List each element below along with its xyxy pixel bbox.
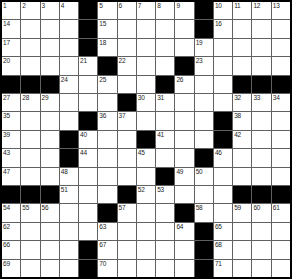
clue-number-31: 31 [157,94,164,102]
clue-number-55: 55 [22,204,29,212]
cell-r9c5[interactable]: 44 [79,149,97,166]
cell-r10c12[interactable] [214,168,232,185]
cell-r6c5[interactable] [79,94,97,111]
cell-r13c7[interactable] [118,223,136,240]
cell-r12c2[interactable]: 55 [21,204,39,221]
cell-r6c8[interactable]: 30 [137,94,155,111]
cell-r15c8[interactable] [137,260,155,277]
cell-r14c8[interactable] [137,241,155,258]
cell-r4c4[interactable] [60,57,78,74]
cell-r3c14[interactable] [252,39,270,56]
cell-r1c1[interactable]: 1 [2,2,20,19]
cell-r13c5[interactable] [79,223,97,240]
cell-r4c8[interactable] [137,57,155,74]
cell-r15c15[interactable] [272,260,290,277]
clue-number-37: 37 [119,112,126,120]
cell-r14c6[interactable]: 67 [98,241,116,258]
clue-number-49: 49 [176,168,183,176]
cell-r5c6[interactable]: 25 [98,76,116,93]
cell-r2c6[interactable]: 15 [98,20,116,37]
cell-r2c1[interactable]: 14 [2,20,20,37]
black-square-r4c10 [175,57,193,74]
cell-r10c8[interactable] [137,168,155,185]
cell-r3c15[interactable] [272,39,290,56]
cell-r1c9[interactable]: 8 [156,2,174,19]
clue-number-25: 25 [99,76,106,84]
cell-r15c3[interactable] [41,260,59,277]
cell-r10c4[interactable]: 48 [60,168,78,185]
black-square-r5c2 [21,76,39,93]
black-square-r4c6 [98,57,116,74]
black-square-r12c6 [98,204,116,221]
cell-r14c2[interactable] [21,241,39,258]
cell-r8c7[interactable] [118,131,136,148]
cell-r12c14[interactable]: 60 [252,204,270,221]
cell-r13c12[interactable]: 65 [214,223,232,240]
cell-r8c9[interactable]: 41 [156,131,174,148]
cell-r7c9[interactable] [156,112,174,129]
black-square-r1c11 [195,2,213,19]
cell-r7c8[interactable] [137,112,155,129]
cell-r1c8[interactable]: 7 [137,2,155,19]
cell-r1c3[interactable]: 3 [41,2,59,19]
cell-r7c6[interactable]: 36 [98,112,116,129]
black-square-r11c7 [118,186,136,203]
cell-r5c7[interactable] [118,76,136,93]
cell-r3c10[interactable] [175,39,193,56]
clue-number-52: 52 [138,186,145,194]
cell-r7c1[interactable]: 35 [2,112,20,129]
cell-r1c4[interactable]: 4 [60,2,78,19]
cell-r2c4[interactable] [60,20,78,37]
clue-number-16: 16 [215,20,222,28]
clue-number-26: 26 [176,76,183,84]
cell-r11c4[interactable]: 51 [60,186,78,203]
clue-number-66: 66 [3,241,10,249]
cell-r6c9[interactable]: 31 [156,94,174,111]
clue-number-4: 4 [61,2,64,10]
cell-r3c11[interactable]: 19 [195,39,213,56]
cell-r15c2[interactable] [21,260,39,277]
cell-r7c3[interactable] [41,112,59,129]
black-square-r10c9 [156,168,174,185]
clue-number-5: 5 [99,2,102,10]
cell-r7c15[interactable] [272,112,290,129]
cell-r2c14[interactable] [252,20,270,37]
clue-number-45: 45 [138,149,145,157]
clue-number-14: 14 [3,20,10,28]
clue-number-62: 62 [3,223,10,231]
clue-number-64: 64 [176,223,183,231]
cell-r9c15[interactable] [272,149,290,166]
clue-number-32: 32 [234,94,241,102]
clue-number-57: 57 [119,204,126,212]
black-square-r5c9 [156,76,174,93]
cell-r9c6[interactable] [98,149,116,166]
black-square-r8c12 [214,131,232,148]
cell-r7c2[interactable] [21,112,39,129]
cell-r4c11[interactable]: 23 [195,57,213,74]
cell-r6c2[interactable]: 28 [21,94,39,111]
cell-r12c1[interactable]: 54 [2,204,20,221]
clue-number-46: 46 [215,149,222,157]
cell-r1c7[interactable]: 6 [118,2,136,19]
clue-number-1: 1 [3,2,6,10]
cell-r7c10[interactable] [175,112,193,129]
clue-number-3: 3 [42,2,45,10]
clue-number-51: 51 [61,186,68,194]
cell-r6c3[interactable]: 29 [41,94,59,111]
cell-r2c7[interactable] [118,20,136,37]
black-square-r7c5 [79,112,97,129]
cell-r9c13[interactable] [233,149,251,166]
black-square-r5c15 [272,76,290,93]
clue-number-28: 28 [22,94,29,102]
black-square-r5c13 [233,76,251,93]
cell-r10c3[interactable] [41,168,59,185]
clue-number-47: 47 [3,168,10,176]
cell-r5c12[interactable] [214,76,232,93]
clue-number-20: 20 [3,57,10,65]
cell-r4c9[interactable] [156,57,174,74]
cell-r3c9[interactable] [156,39,174,56]
cell-r10c15[interactable] [272,168,290,185]
cell-r2c3[interactable] [41,20,59,37]
cell-r12c15[interactable]: 61 [272,204,290,221]
cell-r7c14[interactable] [252,112,270,129]
clue-number-33: 33 [253,94,260,102]
clue-number-70: 70 [99,260,106,268]
cell-r9c9[interactable] [156,149,174,166]
black-square-r5c1 [2,76,20,93]
cell-r10c11[interactable]: 50 [195,168,213,185]
cell-r5c8[interactable] [137,76,155,93]
cell-r11c11[interactable] [195,186,213,203]
cell-r13c3[interactable] [41,223,59,240]
clue-number-9: 9 [176,2,179,10]
clue-number-19: 19 [196,39,203,47]
black-square-r8c4 [60,131,78,148]
black-square-r8c8 [137,131,155,148]
cell-r5c5[interactable] [79,76,97,93]
cell-r7c13[interactable]: 38 [233,112,251,129]
cell-r2c8[interactable] [137,20,155,37]
clue-number-41: 41 [157,131,164,139]
cell-r12c7[interactable]: 57 [118,204,136,221]
cell-r3c13[interactable] [233,39,251,56]
cell-r12c11[interactable]: 58 [195,204,213,221]
cell-r2c9[interactable] [156,20,174,37]
cell-r8c13[interactable]: 42 [233,131,251,148]
clue-number-6: 6 [119,2,122,10]
cell-r14c9[interactable] [156,241,174,258]
clue-number-60: 60 [253,204,260,212]
cell-r3c3[interactable] [41,39,59,56]
cell-r6c15[interactable]: 34 [272,94,290,111]
cell-r7c4[interactable] [60,112,78,129]
black-square-r12c10 [175,204,193,221]
cell-r4c2[interactable] [21,57,39,74]
cell-r2c12[interactable]: 16 [214,20,232,37]
cell-r14c13[interactable] [233,241,251,258]
cell-r15c14[interactable] [252,260,270,277]
cell-r8c1[interactable]: 39 [2,131,20,148]
cell-r6c10[interactable] [175,94,193,111]
cell-r14c15[interactable] [272,241,290,258]
cell-r9c3[interactable] [41,149,59,166]
cell-r10c7[interactable] [118,168,136,185]
cell-r12c5[interactable] [79,204,97,221]
black-square-r11c13 [233,186,251,203]
cell-r9c12[interactable]: 46 [214,149,232,166]
clue-number-36: 36 [99,112,106,120]
cell-r3c4[interactable] [60,39,78,56]
cell-r14c4[interactable] [60,241,78,258]
clue-number-71: 71 [215,260,222,268]
cell-r12c12[interactable] [214,204,232,221]
black-square-r11c2 [21,186,39,203]
cell-r9c7[interactable] [118,149,136,166]
black-square-r7c12 [214,112,232,129]
black-square-r14c5 [79,241,97,258]
cell-r1c15[interactable]: 13 [272,2,290,19]
cell-r1c12[interactable]: 10 [214,2,232,19]
cell-r8c6[interactable] [98,131,116,148]
cell-r12c3[interactable]: 56 [41,204,59,221]
cell-r10c5[interactable] [79,168,97,185]
clue-number-21: 21 [80,57,87,65]
cell-r13c9[interactable] [156,223,174,240]
clue-number-8: 8 [157,2,160,10]
cell-r15c4[interactable] [60,260,78,277]
cell-r9c1[interactable]: 43 [2,149,20,166]
clue-number-54: 54 [3,204,10,212]
cell-r13c14[interactable] [252,223,270,240]
black-square-r15c11 [195,260,213,277]
cell-r14c14[interactable] [252,241,270,258]
clue-number-39: 39 [3,131,10,139]
cell-r13c10[interactable]: 64 [175,223,193,240]
cell-r13c4[interactable] [60,223,78,240]
cell-r11c6[interactable] [98,186,116,203]
cell-r10c6[interactable] [98,168,116,185]
clue-number-30: 30 [138,94,145,102]
cell-r12c9[interactable] [156,204,174,221]
cell-r14c12[interactable]: 68 [214,241,232,258]
cell-r14c10[interactable] [175,241,193,258]
cell-r11c5[interactable] [79,186,97,203]
cell-r1c10[interactable]: 9 [175,2,193,19]
cell-r6c12[interactable] [214,94,232,111]
cell-r3c8[interactable] [137,39,155,56]
cell-r9c8[interactable]: 45 [137,149,155,166]
cell-r15c10[interactable] [175,260,193,277]
clue-number-67: 67 [99,241,106,249]
clue-number-68: 68 [215,241,222,249]
black-square-r3c5 [79,39,97,56]
cell-r3c1[interactable]: 17 [2,39,20,56]
cell-r12c8[interactable] [137,204,155,221]
black-square-r1c5 [79,2,97,19]
cell-r7c7[interactable]: 37 [118,112,136,129]
cell-r2c13[interactable] [233,20,251,37]
black-square-r5c3 [41,76,59,93]
cell-r6c11[interactable] [195,94,213,111]
cell-r13c2[interactable] [21,223,39,240]
cell-r15c7[interactable] [118,260,136,277]
cell-r9c14[interactable] [252,149,270,166]
clue-number-24: 24 [61,76,68,84]
clue-number-59: 59 [234,204,241,212]
cell-r2c15[interactable] [272,20,290,37]
cell-r2c2[interactable] [21,20,39,37]
clue-number-15: 15 [99,20,106,28]
clue-number-65: 65 [215,223,222,231]
cell-r11c10[interactable] [175,186,193,203]
cell-r3c12[interactable] [214,39,232,56]
cell-r13c8[interactable] [137,223,155,240]
clue-number-50: 50 [196,168,203,176]
cell-r8c10[interactable] [175,131,193,148]
cell-r9c2[interactable] [21,149,39,166]
cell-r14c7[interactable] [118,241,136,258]
cell-r10c13[interactable] [233,168,251,185]
clue-number-18: 18 [99,39,106,47]
cell-r15c1[interactable]: 69 [2,260,20,277]
crossword-page: 1234567891011121314151617181920212223242… [0,0,292,279]
clue-number-34: 34 [273,94,280,102]
black-square-r2c11 [195,20,213,37]
black-square-r9c11 [195,149,213,166]
cell-r4c15[interactable] [272,57,290,74]
cell-r15c6[interactable]: 70 [98,260,116,277]
cell-r13c1[interactable]: 62 [2,223,20,240]
cell-r1c6[interactable]: 5 [98,2,116,19]
clue-number-12: 12 [253,2,260,10]
cell-r6c1[interactable]: 27 [2,94,20,111]
cell-r5c11[interactable] [195,76,213,93]
clue-number-38: 38 [234,112,241,120]
cell-r10c2[interactable] [21,168,39,185]
cell-r2c10[interactable] [175,20,193,37]
cell-r15c13[interactable] [233,260,251,277]
crossword-grid: 1234567891011121314151617181920212223242… [0,0,292,279]
clue-number-10: 10 [215,2,222,10]
clue-number-48: 48 [61,168,68,176]
cell-r6c4[interactable] [60,94,78,111]
cell-r8c11[interactable] [195,131,213,148]
clue-number-22: 22 [119,57,126,65]
clue-number-40: 40 [80,131,87,139]
cell-r13c6[interactable]: 63 [98,223,116,240]
cell-r6c13[interactable]: 32 [233,94,251,111]
cell-r4c5[interactable]: 21 [79,57,97,74]
clue-number-35: 35 [3,112,10,120]
cell-r4c12[interactable] [214,57,232,74]
clue-number-44: 44 [80,149,87,157]
cell-r14c1[interactable]: 66 [2,241,20,258]
cell-r1c2[interactable]: 2 [21,2,39,19]
cell-r10c10[interactable]: 49 [175,168,193,185]
clue-number-58: 58 [196,204,203,212]
cell-r8c5[interactable]: 40 [79,131,97,148]
black-square-r6c7 [118,94,136,111]
cell-r1c14[interactable]: 12 [252,2,270,19]
cell-r4c7[interactable]: 22 [118,57,136,74]
clue-number-11: 11 [234,2,240,10]
cell-r4c13[interactable] [233,57,251,74]
cell-r3c6[interactable]: 18 [98,39,116,56]
cell-r6c6[interactable] [98,94,116,111]
black-square-r15c5 [79,260,97,277]
cell-r8c2[interactable] [21,131,39,148]
cell-r10c1[interactable]: 47 [2,168,20,185]
clue-number-43: 43 [3,149,10,157]
cell-r11c12[interactable] [214,186,232,203]
black-square-r11c1 [2,186,20,203]
black-square-r5c14 [252,76,270,93]
cell-r11c8[interactable]: 52 [137,186,155,203]
clue-number-53: 53 [157,186,164,194]
black-square-r11c3 [41,186,59,203]
cell-r12c13[interactable]: 59 [233,204,251,221]
clue-number-61: 61 [273,204,280,212]
cell-r13c15[interactable] [272,223,290,240]
cell-r4c14[interactable] [252,57,270,74]
black-square-r9c4 [60,149,78,166]
cell-r10c14[interactable] [252,168,270,185]
cell-r15c9[interactable] [156,260,174,277]
cell-r5c4[interactable]: 24 [60,76,78,93]
cell-r13c13[interactable] [233,223,251,240]
cell-r6c14[interactable]: 33 [252,94,270,111]
cell-r4c3[interactable] [41,57,59,74]
clue-number-13: 13 [273,2,280,10]
clue-number-17: 17 [3,39,10,47]
cell-r9c10[interactable] [175,149,193,166]
cell-r8c3[interactable] [41,131,59,148]
cell-r12c4[interactable] [60,204,78,221]
cell-r5c10[interactable]: 26 [175,76,193,93]
cell-r1c13[interactable]: 11 [233,2,251,19]
cell-r15c12[interactable]: 71 [214,260,232,277]
cell-r3c2[interactable] [21,39,39,56]
cell-r7c11[interactable] [195,112,213,129]
cell-r11c9[interactable]: 53 [156,186,174,203]
cell-r4c1[interactable]: 20 [2,57,20,74]
black-square-r11c14 [252,186,270,203]
clue-number-56: 56 [42,204,49,212]
clue-number-27: 27 [3,94,10,102]
clue-number-23: 23 [196,57,203,65]
black-square-r13c11 [195,223,213,240]
clue-number-7: 7 [138,2,141,10]
clue-number-2: 2 [22,2,25,10]
clue-number-69: 69 [3,260,10,268]
cell-r14c3[interactable] [41,241,59,258]
black-square-r11c15 [272,186,290,203]
cell-r3c7[interactable] [118,39,136,56]
black-square-r2c5 [79,20,97,37]
cell-r8c14[interactable] [252,131,270,148]
clue-number-29: 29 [42,94,49,102]
clue-number-42: 42 [234,131,241,139]
clue-number-63: 63 [99,223,106,231]
black-square-r14c11 [195,241,213,258]
cell-r8c15[interactable] [272,131,290,148]
